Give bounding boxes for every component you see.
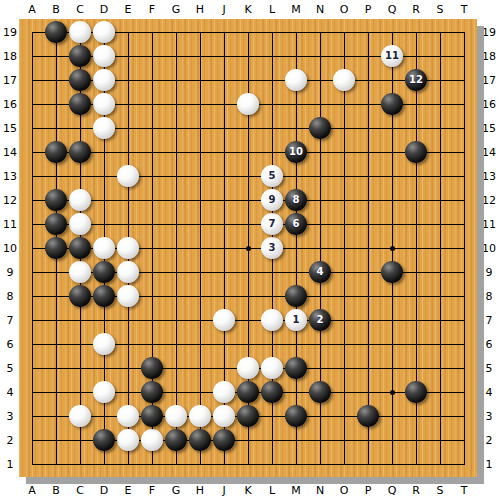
go-board-screenshot: ABCDEFGHJKLMNOPQRST ABCDEFGHJKLMNOPQRST … [0, 0, 500, 500]
column-label-bottom-r: R [412, 484, 420, 497]
column-label-top-m: M [291, 3, 301, 16]
row-label-left-19: 19 [3, 26, 17, 39]
black-stone-n4[interactable] [309, 381, 331, 403]
star-point-k10 [246, 246, 251, 251]
white-stone-l5[interactable] [261, 357, 283, 379]
white-stone-f2[interactable] [141, 429, 163, 451]
column-label-top-r: R [412, 3, 420, 16]
black-stone-g2[interactable] [165, 429, 187, 451]
white-stone-c12[interactable] [69, 189, 91, 211]
row-label-left-15: 15 [3, 122, 17, 135]
move-2-black-stone-n7[interactable]: 2 [309, 309, 331, 331]
white-stone-c19[interactable] [69, 21, 91, 43]
white-stone-k5[interactable] [237, 357, 259, 379]
black-stone-m5[interactable] [285, 357, 307, 379]
white-stone-d10[interactable] [93, 237, 115, 259]
black-stone-k4[interactable] [237, 381, 259, 403]
column-label-bottom-q: Q [388, 484, 397, 497]
black-stone-l4[interactable] [261, 381, 283, 403]
black-stone-r14[interactable] [405, 141, 427, 163]
black-stone-c16[interactable] [69, 93, 91, 115]
black-stone-k3[interactable] [237, 405, 259, 427]
board-intersections: 123456789101112 [20, 20, 476, 476]
column-label-top-t: T [461, 3, 468, 16]
white-stone-k16[interactable] [237, 93, 259, 115]
black-stone-j2[interactable] [213, 429, 235, 451]
white-stone-c3[interactable] [69, 405, 91, 427]
black-stone-p3[interactable] [357, 405, 379, 427]
row-label-right-8: 8 [486, 290, 493, 303]
row-label-right-3: 3 [486, 410, 493, 423]
black-stone-d2[interactable] [93, 429, 115, 451]
white-stone-e9[interactable] [117, 261, 139, 283]
column-label-top-c: C [76, 3, 84, 16]
black-stone-d9[interactable] [93, 261, 115, 283]
column-label-top-h: H [196, 3, 204, 16]
move-8-black-stone-m12[interactable]: 8 [285, 189, 307, 211]
row-label-left-8: 8 [7, 290, 14, 303]
row-label-right-15: 15 [482, 122, 496, 135]
row-label-right-10: 10 [482, 242, 496, 255]
row-label-left-2: 2 [7, 434, 14, 447]
white-stone-j3[interactable] [213, 405, 235, 427]
column-label-bottom-b: B [52, 484, 60, 497]
row-label-right-1: 1 [486, 458, 493, 471]
move-6-black-stone-m11[interactable]: 6 [285, 213, 307, 235]
row-label-left-12: 12 [3, 194, 17, 207]
black-stone-f4[interactable] [141, 381, 163, 403]
white-stone-e3[interactable] [117, 405, 139, 427]
column-label-top-k: K [244, 3, 251, 16]
black-stone-f3[interactable] [141, 405, 163, 427]
white-stone-e13[interactable] [117, 165, 139, 187]
white-stone-d18[interactable] [93, 45, 115, 67]
row-label-right-5: 5 [486, 362, 493, 375]
black-stone-h2[interactable] [189, 429, 211, 451]
white-stone-j7[interactable] [213, 309, 235, 331]
column-label-top-e: E [125, 3, 132, 16]
white-stone-c11[interactable] [69, 213, 91, 235]
black-stone-d8[interactable] [93, 285, 115, 307]
row-label-right-2: 2 [486, 434, 493, 447]
move-5-white-stone-l13[interactable]: 5 [261, 165, 283, 187]
row-label-right-4: 4 [486, 386, 493, 399]
column-label-top-g: G [172, 3, 181, 16]
row-label-right-17: 17 [482, 74, 496, 87]
row-label-left-9: 9 [7, 266, 14, 279]
column-label-bottom-p: P [365, 484, 372, 497]
column-label-top-j: J [222, 3, 225, 16]
column-label-top-l: L [269, 3, 275, 16]
row-label-left-6: 6 [7, 338, 14, 351]
white-stone-d4[interactable] [93, 381, 115, 403]
row-label-left-1: 1 [7, 458, 14, 471]
white-stone-d17[interactable] [93, 69, 115, 91]
column-label-bottom-c: C [76, 484, 84, 497]
column-label-bottom-j: J [222, 484, 225, 497]
white-stone-d6[interactable] [93, 333, 115, 355]
black-stone-q16[interactable] [381, 93, 403, 115]
move-4-black-stone-n9[interactable]: 4 [309, 261, 331, 283]
move-7-white-stone-l11[interactable]: 7 [261, 213, 283, 235]
white-stone-d15[interactable] [93, 117, 115, 139]
go-board[interactable]: 123456789101112 [19, 19, 477, 477]
column-label-top-b: B [52, 3, 60, 16]
column-label-bottom-e: E [125, 484, 132, 497]
row-label-left-3: 3 [7, 410, 14, 423]
black-stone-f5[interactable] [141, 357, 163, 379]
white-stone-o17[interactable] [333, 69, 355, 91]
black-stone-m8[interactable] [285, 285, 307, 307]
move-9-white-stone-l12[interactable]: 9 [261, 189, 283, 211]
row-label-left-16: 16 [3, 98, 17, 111]
move-1-white-stone-m7[interactable]: 1 [285, 309, 307, 331]
white-stone-g3[interactable] [165, 405, 187, 427]
row-label-right-9: 9 [486, 266, 493, 279]
column-label-bottom-l: L [269, 484, 275, 497]
star-point-q4 [390, 390, 395, 395]
column-label-bottom-g: G [172, 484, 181, 497]
column-label-bottom-o: O [340, 484, 349, 497]
column-label-bottom-s: S [437, 484, 444, 497]
black-stone-c17[interactable] [69, 69, 91, 91]
column-label-bottom-t: T [461, 484, 468, 497]
column-label-bottom-a: A [28, 484, 36, 497]
black-stone-b19[interactable] [45, 21, 67, 43]
column-label-bottom-m: M [291, 484, 301, 497]
row-label-right-19: 19 [482, 26, 496, 39]
column-label-top-p: P [365, 3, 372, 16]
star-point-q10 [390, 246, 395, 251]
black-stone-c8[interactable] [69, 285, 91, 307]
column-label-top-f: F [149, 3, 155, 16]
white-stone-c9[interactable] [69, 261, 91, 283]
row-label-left-13: 13 [3, 170, 17, 183]
white-stone-h3[interactable] [189, 405, 211, 427]
black-stone-r4[interactable] [405, 381, 427, 403]
row-label-left-4: 4 [7, 386, 14, 399]
column-label-top-d: D [100, 3, 108, 16]
column-label-bottom-n: N [316, 484, 324, 497]
row-label-left-18: 18 [3, 50, 17, 63]
white-stone-e2[interactable] [117, 429, 139, 451]
black-stone-q9[interactable] [381, 261, 403, 283]
column-label-top-s: S [437, 3, 444, 16]
row-label-right-18: 18 [482, 50, 496, 63]
row-label-left-10: 10 [3, 242, 17, 255]
row-label-right-14: 14 [482, 146, 496, 159]
row-label-left-14: 14 [3, 146, 17, 159]
row-label-right-6: 6 [486, 338, 493, 351]
black-stone-m3[interactable] [285, 405, 307, 427]
column-label-bottom-k: K [244, 484, 251, 497]
column-label-top-n: N [316, 3, 324, 16]
row-label-left-7: 7 [7, 314, 14, 327]
black-stone-b11[interactable] [45, 213, 67, 235]
row-label-left-5: 5 [7, 362, 14, 375]
row-label-right-13: 13 [482, 170, 496, 183]
white-stone-m17[interactable] [285, 69, 307, 91]
black-stone-b14[interactable] [45, 141, 67, 163]
column-label-top-a: A [28, 3, 36, 16]
column-label-bottom-f: F [149, 484, 155, 497]
column-label-top-q: Q [388, 3, 397, 16]
column-label-bottom-d: D [100, 484, 108, 497]
row-label-right-16: 16 [482, 98, 496, 111]
column-label-bottom-h: H [196, 484, 204, 497]
row-label-left-17: 17 [3, 74, 17, 87]
white-stone-l7[interactable] [261, 309, 283, 331]
white-stone-d16[interactable] [93, 93, 115, 115]
row-label-right-7: 7 [486, 314, 493, 327]
black-stone-n15[interactable] [309, 117, 331, 139]
white-stone-d19[interactable] [93, 21, 115, 43]
black-stone-b10[interactable] [45, 237, 67, 259]
row-label-left-11: 11 [3, 218, 17, 231]
black-stone-b12[interactable] [45, 189, 67, 211]
white-stone-e8[interactable] [117, 285, 139, 307]
column-label-top-o: O [340, 3, 349, 16]
white-stone-e10[interactable] [117, 237, 139, 259]
white-stone-j4[interactable] [213, 381, 235, 403]
row-label-right-11: 11 [482, 218, 496, 231]
black-stone-c10[interactable] [69, 237, 91, 259]
black-stone-c14[interactable] [69, 141, 91, 163]
move-12-black-stone-r17[interactable]: 12 [405, 69, 427, 91]
row-label-right-12: 12 [482, 194, 496, 207]
move-10-black-stone-m14[interactable]: 10 [285, 141, 307, 163]
move-11-white-stone-q18[interactable]: 11 [381, 45, 403, 67]
black-stone-c18[interactable] [69, 45, 91, 67]
move-3-white-stone-l10[interactable]: 3 [261, 237, 283, 259]
